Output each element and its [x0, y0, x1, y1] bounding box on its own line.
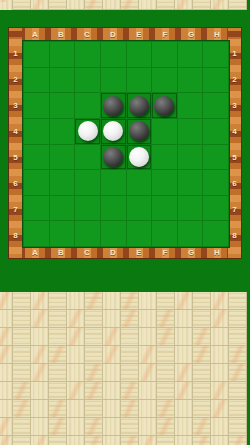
- parquet-block: [13, 346, 31, 364]
- parquet-block: [85, 0, 103, 10]
- cell-f7[interactable]: [152, 196, 177, 221]
- cell-a3[interactable]: [24, 93, 49, 118]
- parquet-block: [193, 418, 211, 436]
- parquet-block: [229, 364, 247, 382]
- parquet-block: [31, 436, 49, 445]
- parquet-block: [157, 310, 175, 328]
- white-disc: [129, 147, 149, 167]
- parquet-block: [139, 382, 157, 400]
- parquet-block: [103, 328, 121, 346]
- parquet-block: [139, 0, 157, 10]
- cell-g3[interactable]: [178, 93, 203, 118]
- cell-h1[interactable]: [203, 42, 228, 67]
- parquet-block: [193, 382, 211, 400]
- parquet-block: [67, 346, 85, 364]
- parquet-block: [157, 0, 175, 10]
- cell-e5[interactable]: [127, 145, 152, 170]
- parquet-block: [211, 292, 229, 310]
- parquet-block: [139, 418, 157, 436]
- row-label-1: 1: [9, 40, 22, 66]
- cell-e4[interactable]: [127, 119, 152, 144]
- white-disc: [103, 121, 123, 141]
- cell-d8[interactable]: [101, 221, 126, 246]
- parquet-block: [31, 328, 49, 346]
- parquet-block: [31, 292, 49, 310]
- parquet-block: [139, 436, 157, 445]
- parquet-block: [193, 346, 211, 364]
- col-label-c: C: [74, 28, 100, 40]
- row-label-3: 3: [9, 92, 22, 118]
- parquet-block: [175, 292, 193, 310]
- cell-d6[interactable]: [101, 170, 126, 195]
- col-label-b: B: [48, 28, 74, 40]
- parquet-block: [139, 364, 157, 382]
- parquet-block: [121, 436, 139, 445]
- cell-d4[interactable]: [101, 119, 126, 144]
- parquet-block: [67, 292, 85, 310]
- row-labels-left: 12345678: [9, 40, 22, 248]
- black-disc: [154, 96, 174, 116]
- parquet-block: [103, 436, 121, 445]
- parquet-block: [85, 346, 103, 364]
- parquet-block: [175, 382, 193, 400]
- parquet-block: [103, 400, 121, 418]
- cell-h6[interactable]: [203, 170, 228, 195]
- parquet-block: [0, 436, 13, 445]
- parquet-block: [0, 346, 13, 364]
- col-label-b: B: [48, 246, 74, 258]
- parquet-block: [103, 310, 121, 328]
- parquet-block: [211, 418, 229, 436]
- parquet-block: [157, 400, 175, 418]
- col-label-e: E: [126, 246, 152, 258]
- parquet-block: [121, 364, 139, 382]
- white-disc: [78, 121, 98, 141]
- parquet-floor-bottom: [0, 292, 250, 445]
- cell-c3[interactable]: [75, 93, 100, 118]
- black-disc: [129, 121, 149, 141]
- col-label-d: D: [100, 246, 126, 258]
- green-table: ABCDEFGH ABCDEFGH 12345678 12345678: [0, 10, 250, 292]
- parquet-block: [157, 292, 175, 310]
- cell-a1[interactable]: [24, 42, 49, 67]
- row-label-7: 7: [9, 196, 22, 222]
- parquet-block: [229, 0, 247, 10]
- cell-d5[interactable]: [101, 145, 126, 170]
- col-label-c: C: [74, 246, 100, 258]
- parquet-block: [103, 382, 121, 400]
- row-label-8: 8: [9, 222, 22, 248]
- col-label-g: G: [178, 28, 204, 40]
- cell-c5[interactable]: [75, 145, 100, 170]
- parquet-block: [13, 382, 31, 400]
- cell-g2[interactable]: [178, 68, 203, 93]
- parquet-block: [193, 364, 211, 382]
- parquet-block: [157, 346, 175, 364]
- cell-e1[interactable]: [127, 42, 152, 67]
- col-label-e: E: [126, 28, 152, 40]
- parquet-block: [0, 382, 13, 400]
- reversi-game-window: ABCDEFGH ABCDEFGH 12345678 12345678: [0, 0, 250, 445]
- parquet-block: [121, 346, 139, 364]
- parquet-block: [67, 418, 85, 436]
- parquet-block: [0, 328, 13, 346]
- col-label-h: H: [204, 246, 230, 258]
- parquet-block: [49, 0, 67, 10]
- parquet-block: [211, 382, 229, 400]
- parquet-block: [211, 364, 229, 382]
- parquet-block: [175, 328, 193, 346]
- cell-h5[interactable]: [203, 145, 228, 170]
- cell-g4[interactable]: [178, 119, 203, 144]
- parquet-block: [121, 382, 139, 400]
- row-label-4: 4: [9, 118, 22, 144]
- parquet-block: [157, 328, 175, 346]
- parquet-block: [49, 310, 67, 328]
- parquet-block: [121, 0, 139, 10]
- row-label-2: 2: [228, 66, 241, 92]
- parquet-block: [49, 292, 67, 310]
- cell-h8[interactable]: [203, 221, 228, 246]
- parquet-block: [211, 346, 229, 364]
- parquet-block: [31, 418, 49, 436]
- col-label-g: G: [178, 246, 204, 258]
- parquet-block: [175, 364, 193, 382]
- cell-a5[interactable]: [24, 145, 49, 170]
- parquet-block: [0, 310, 13, 328]
- parquet-block: [211, 400, 229, 418]
- parquet-block: [193, 328, 211, 346]
- cell-b3[interactable]: [50, 93, 75, 118]
- black-disc: [103, 96, 123, 116]
- cell-h4[interactable]: [203, 119, 228, 144]
- parquet-block: [175, 310, 193, 328]
- parquet-block: [31, 346, 49, 364]
- cell-d3[interactable]: [101, 93, 126, 118]
- cell-g5[interactable]: [178, 145, 203, 170]
- parquet-block: [31, 0, 49, 10]
- parquet-block: [0, 400, 13, 418]
- row-label-3: 3: [228, 92, 241, 118]
- cell-g1[interactable]: [178, 42, 203, 67]
- parquet-block: [67, 0, 85, 10]
- parquet-block: [121, 310, 139, 328]
- col-label-h: H: [204, 28, 230, 40]
- parquet-block: [157, 436, 175, 445]
- column-labels-top: ABCDEFGH: [22, 28, 230, 40]
- cell-b1[interactable]: [50, 42, 75, 67]
- row-label-4: 4: [228, 118, 241, 144]
- row-label-1: 1: [228, 40, 241, 66]
- row-label-6: 6: [228, 170, 241, 196]
- parquet-block: [13, 364, 31, 382]
- parquet-block: [31, 310, 49, 328]
- cell-f8[interactable]: [152, 221, 177, 246]
- parquet-block: [139, 292, 157, 310]
- parquet-block: [193, 0, 211, 10]
- parquet-block: [13, 400, 31, 418]
- cell-b8[interactable]: [50, 221, 75, 246]
- parquet-floor-top: [0, 0, 250, 10]
- parquet-block: [85, 418, 103, 436]
- parquet-block: [121, 400, 139, 418]
- cell-d2[interactable]: [101, 68, 126, 93]
- cell-e6[interactable]: [127, 170, 152, 195]
- cell-g8[interactable]: [178, 221, 203, 246]
- cell-c1[interactable]: [75, 42, 100, 67]
- parquet-block: [67, 310, 85, 328]
- parquet-block: [211, 436, 229, 445]
- parquet-block: [193, 436, 211, 445]
- row-labels-right: 12345678: [228, 40, 241, 248]
- parquet-block: [103, 346, 121, 364]
- cell-f4[interactable]: [152, 119, 177, 144]
- cell-f2[interactable]: [152, 68, 177, 93]
- col-label-f: F: [152, 246, 178, 258]
- parquet-block: [13, 310, 31, 328]
- cell-b7[interactable]: [50, 196, 75, 221]
- cell-e2[interactable]: [127, 68, 152, 93]
- cell-b4[interactable]: [50, 119, 75, 144]
- parquet-block: [229, 436, 247, 445]
- cell-g6[interactable]: [178, 170, 203, 195]
- parquet-block: [0, 364, 13, 382]
- cell-f3[interactable]: [152, 93, 177, 118]
- row-label-2: 2: [9, 66, 22, 92]
- parquet-block: [13, 418, 31, 436]
- parquet-block: [139, 328, 157, 346]
- cell-f1[interactable]: [152, 42, 177, 67]
- cell-d7[interactable]: [101, 196, 126, 221]
- parquet-block: [0, 418, 13, 436]
- parquet-block: [67, 328, 85, 346]
- parquet-block: [175, 400, 193, 418]
- parquet-block: [13, 328, 31, 346]
- parquet-block: [31, 400, 49, 418]
- parquet-block: [31, 364, 49, 382]
- cell-a4[interactable]: [24, 119, 49, 144]
- parquet-block: [229, 328, 247, 346]
- row-label-5: 5: [228, 144, 241, 170]
- parquet-block: [157, 382, 175, 400]
- cell-c4[interactable]: [75, 119, 100, 144]
- parquet-block: [49, 436, 67, 445]
- cell-c2[interactable]: [75, 68, 100, 93]
- cell-f5[interactable]: [152, 145, 177, 170]
- parquet-block: [67, 364, 85, 382]
- parquet-block: [121, 292, 139, 310]
- parquet-block: [121, 418, 139, 436]
- parquet-block: [0, 2, 13, 10]
- parquet-block: [211, 310, 229, 328]
- parquet-block: [67, 400, 85, 418]
- parquet-block: [103, 418, 121, 436]
- parquet-block: [139, 346, 157, 364]
- parquet-block: [157, 418, 175, 436]
- cell-b2[interactable]: [50, 68, 75, 93]
- parquet-block: [67, 382, 85, 400]
- board-grid: [22, 40, 230, 248]
- parquet-block: [49, 418, 67, 436]
- parquet-block: [103, 0, 121, 10]
- parquet-block: [103, 364, 121, 382]
- cell-d1[interactable]: [101, 42, 126, 67]
- parquet-block: [139, 310, 157, 328]
- parquet-block: [229, 418, 247, 436]
- parquet-block: [49, 364, 67, 382]
- parquet-block: [139, 400, 157, 418]
- cell-e8[interactable]: [127, 221, 152, 246]
- col-label-a: A: [22, 246, 48, 258]
- parquet-block: [85, 436, 103, 445]
- parquet-block: [103, 292, 121, 310]
- parquet-block: [85, 310, 103, 328]
- parquet-block: [0, 292, 13, 310]
- parquet-block: [121, 328, 139, 346]
- reversi-board: ABCDEFGH ABCDEFGH 12345678 12345678: [8, 27, 242, 259]
- parquet-block: [157, 364, 175, 382]
- cell-a7[interactable]: [24, 196, 49, 221]
- parquet-block: [175, 346, 193, 364]
- parquet-block: [175, 0, 193, 10]
- parquet-block: [229, 310, 247, 328]
- cell-c7[interactable]: [75, 196, 100, 221]
- cell-b6[interactable]: [50, 170, 75, 195]
- cell-b5[interactable]: [50, 145, 75, 170]
- parquet-block: [85, 400, 103, 418]
- black-disc: [129, 96, 149, 116]
- parquet-block: [85, 364, 103, 382]
- parquet-block: [13, 436, 31, 445]
- cell-e3[interactable]: [127, 93, 152, 118]
- cell-c8[interactable]: [75, 221, 100, 246]
- parquet-block: [229, 400, 247, 418]
- cell-e7[interactable]: [127, 196, 152, 221]
- parquet-block: [49, 400, 67, 418]
- parquet-block: [229, 292, 247, 310]
- parquet-block: [211, 328, 229, 346]
- parquet-block: [13, 292, 31, 310]
- parquet-block: [193, 310, 211, 328]
- parquet-block: [49, 328, 67, 346]
- cell-a2[interactable]: [24, 68, 49, 93]
- parquet-block: [211, 0, 229, 10]
- row-label-7: 7: [228, 196, 241, 222]
- parquet-block: [85, 382, 103, 400]
- cell-h3[interactable]: [203, 93, 228, 118]
- cell-f6[interactable]: [152, 170, 177, 195]
- row-label-8: 8: [228, 222, 241, 248]
- parquet-block: [13, 0, 31, 10]
- parquet-block: [49, 382, 67, 400]
- parquet-block: [49, 346, 67, 364]
- parquet-block: [229, 346, 247, 364]
- parquet-block: [175, 436, 193, 445]
- parquet-block: [67, 436, 85, 445]
- cell-h2[interactable]: [203, 68, 228, 93]
- parquet-block: [229, 382, 247, 400]
- cell-c6[interactable]: [75, 170, 100, 195]
- parquet-block: [175, 418, 193, 436]
- black-disc: [103, 147, 123, 167]
- row-label-6: 6: [9, 170, 22, 196]
- parquet-block: [85, 292, 103, 310]
- parquet-block: [85, 328, 103, 346]
- col-label-d: D: [100, 28, 126, 40]
- column-labels-bottom: ABCDEFGH: [22, 246, 230, 258]
- row-label-5: 5: [9, 144, 22, 170]
- parquet-block: [31, 382, 49, 400]
- cell-a6[interactable]: [24, 170, 49, 195]
- cell-a8[interactable]: [24, 221, 49, 246]
- parquet-block: [193, 400, 211, 418]
- col-label-a: A: [22, 28, 48, 40]
- col-label-f: F: [152, 28, 178, 40]
- parquet-block: [193, 292, 211, 310]
- cell-g7[interactable]: [178, 196, 203, 221]
- cell-h7[interactable]: [203, 196, 228, 221]
